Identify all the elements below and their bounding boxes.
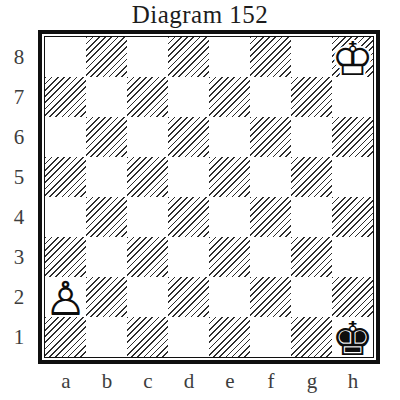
- square-g7: [291, 77, 332, 117]
- square-a5: [45, 157, 86, 197]
- square-h1: ♚: [332, 317, 373, 357]
- square-e1: [209, 317, 250, 357]
- rank-label-6: 6: [6, 118, 32, 158]
- square-d1: [168, 317, 209, 357]
- square-a4: [45, 197, 86, 237]
- square-h8: ♚♔: [332, 37, 373, 77]
- square-c2: [127, 277, 168, 317]
- square-d7: [168, 77, 209, 117]
- chess-board: ♚♔♟♙♚: [44, 36, 374, 358]
- square-h6: [332, 117, 373, 157]
- file-label-b: b: [87, 369, 128, 394]
- square-b5: [86, 157, 127, 197]
- square-d5: [168, 157, 209, 197]
- square-e5: [209, 157, 250, 197]
- square-h3: [332, 237, 373, 277]
- rank-label-1: 1: [6, 318, 32, 358]
- chess-diagram-page: Diagram 152 87654321 ♚♔♟♙♚ abcdefgh: [0, 0, 400, 400]
- square-g3: [291, 237, 332, 277]
- square-f2: [250, 277, 291, 317]
- square-h2: [332, 277, 373, 317]
- rank-labels: 87654321: [6, 38, 32, 358]
- square-a6: [45, 117, 86, 157]
- file-label-c: c: [128, 369, 169, 394]
- square-a1: [45, 317, 86, 357]
- file-label-d: d: [169, 369, 210, 394]
- rank-label-4: 4: [6, 198, 32, 238]
- square-g4: [291, 197, 332, 237]
- white-king-fill: ♚: [332, 38, 373, 78]
- file-label-g: g: [292, 369, 333, 394]
- file-label-f: f: [251, 369, 292, 394]
- square-e2: [209, 277, 250, 317]
- diagram-title: Diagram 152: [0, 1, 400, 29]
- square-c1: [127, 317, 168, 357]
- square-g6: [291, 117, 332, 157]
- square-c3: [127, 237, 168, 277]
- square-f7: [250, 77, 291, 117]
- square-e3: [209, 237, 250, 277]
- rank-label-7: 7: [6, 78, 32, 118]
- square-a7: [45, 77, 86, 117]
- square-e7: [209, 77, 250, 117]
- square-h4: [332, 197, 373, 237]
- square-f6: [250, 117, 291, 157]
- file-labels: abcdefgh: [46, 369, 374, 394]
- square-a8: [45, 37, 86, 77]
- square-b3: [86, 237, 127, 277]
- square-f8: [250, 37, 291, 77]
- square-b7: [86, 77, 127, 117]
- square-e6: [209, 117, 250, 157]
- square-e4: [209, 197, 250, 237]
- square-h7: [332, 77, 373, 117]
- square-h5: [332, 157, 373, 197]
- black-king: ♚: [332, 318, 373, 358]
- square-f1: [250, 317, 291, 357]
- rank-label-5: 5: [6, 158, 32, 198]
- square-g5: [291, 157, 332, 197]
- file-label-e: e: [210, 369, 251, 394]
- square-b8: [86, 37, 127, 77]
- square-a2: ♟♙: [45, 277, 86, 317]
- file-label-h: h: [333, 369, 374, 394]
- rank-label-2: 2: [6, 278, 32, 318]
- square-b6: [86, 117, 127, 157]
- rank-label-8: 8: [6, 38, 32, 78]
- square-b1: [86, 317, 127, 357]
- square-b4: [86, 197, 127, 237]
- board-frame: ♚♔♟♙♚: [38, 30, 380, 364]
- square-d6: [168, 117, 209, 157]
- white-pawn-fill: ♟: [45, 278, 86, 318]
- square-e8: [209, 37, 250, 77]
- square-f3: [250, 237, 291, 277]
- square-b2: [86, 277, 127, 317]
- square-c7: [127, 77, 168, 117]
- square-g8: [291, 37, 332, 77]
- square-c5: [127, 157, 168, 197]
- square-d2: [168, 277, 209, 317]
- rank-label-3: 3: [6, 238, 32, 278]
- square-f4: [250, 197, 291, 237]
- square-g1: [291, 317, 332, 357]
- square-d4: [168, 197, 209, 237]
- white-pawn: ♙: [45, 278, 86, 318]
- square-f5: [250, 157, 291, 197]
- square-d3: [168, 237, 209, 277]
- square-c4: [127, 197, 168, 237]
- square-g2: [291, 277, 332, 317]
- white-king: ♔: [332, 38, 373, 78]
- square-c8: [127, 37, 168, 77]
- file-label-a: a: [46, 369, 87, 394]
- square-d8: [168, 37, 209, 77]
- square-a3: [45, 237, 86, 277]
- square-c6: [127, 117, 168, 157]
